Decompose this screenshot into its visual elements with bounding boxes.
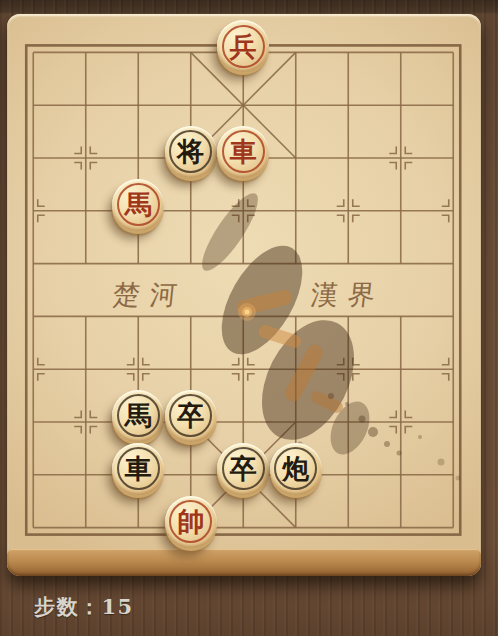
piece-character: 馬 xyxy=(112,179,164,231)
piece-character: 馬 xyxy=(112,390,164,442)
piece-character: 帥 xyxy=(165,496,217,548)
red-chariot[interactable]: 車 xyxy=(217,126,269,178)
red-horse[interactable]: 馬 xyxy=(112,179,164,231)
piece-character: 車 xyxy=(112,443,164,495)
status-bar: 步数：15 xyxy=(34,593,134,621)
move-count-label: 步数： xyxy=(34,593,102,621)
piece-character: 兵 xyxy=(217,20,269,72)
black-soldier[interactable]: 卒 xyxy=(217,443,269,495)
black-cannon[interactable]: 炮 xyxy=(270,443,322,495)
red-soldier[interactable]: 兵 xyxy=(217,20,269,72)
piece-character: 卒 xyxy=(217,443,269,495)
piece-character: 炮 xyxy=(270,443,322,495)
move-count-value: 15 xyxy=(102,594,134,619)
board-intersections-grid[interactable]: 兵将車馬馬卒車卒炮帥 xyxy=(7,26,480,554)
piece-character: 将 xyxy=(165,126,217,178)
black-horse[interactable]: 馬 xyxy=(112,390,164,442)
game-screen: 楚河 漢界 兵将車馬馬卒車卒炮帥 步数：15 xyxy=(0,0,498,636)
piece-character: 卒 xyxy=(165,390,217,442)
black-general[interactable]: 将 xyxy=(165,126,217,178)
black-soldier[interactable]: 卒 xyxy=(165,390,217,442)
red-general[interactable]: 帥 xyxy=(165,496,217,548)
piece-character: 車 xyxy=(217,126,269,178)
black-chariot[interactable]: 車 xyxy=(112,443,164,495)
